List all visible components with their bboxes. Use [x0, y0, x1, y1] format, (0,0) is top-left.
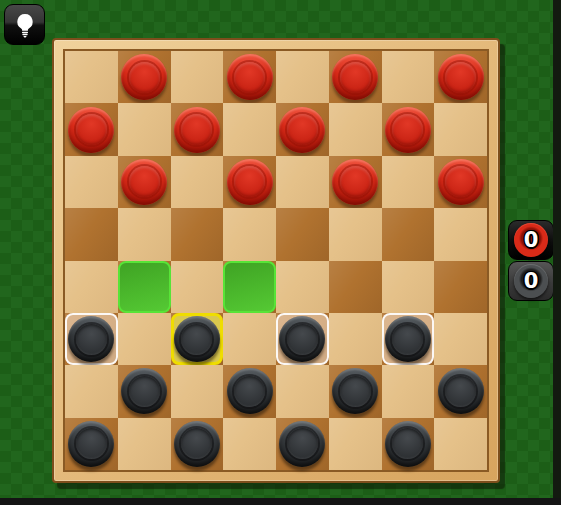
red-piece[interactable] — [121, 54, 167, 100]
red-piece[interactable] — [332, 54, 378, 100]
square-r3c6 — [382, 208, 435, 260]
square-r6c2 — [171, 365, 224, 417]
square-r0c7[interactable] — [434, 51, 487, 103]
square-r6c1[interactable] — [118, 365, 171, 417]
square-r4c3[interactable] — [223, 261, 276, 313]
square-r1c6[interactable] — [382, 103, 435, 155]
red-piece[interactable] — [121, 159, 167, 205]
square-r0c5[interactable] — [329, 51, 382, 103]
red-piece[interactable] — [227, 54, 273, 100]
square-r3c2 — [171, 208, 224, 260]
square-r1c7 — [434, 103, 487, 155]
square-r3c5 — [329, 208, 382, 260]
square-r7c1 — [118, 418, 171, 470]
square-r6c4 — [276, 365, 329, 417]
square-r3c4 — [276, 208, 329, 260]
black-piece[interactable] — [385, 421, 431, 467]
red-captured-counter: 0 — [508, 220, 554, 260]
square-r7c0[interactable] — [65, 418, 118, 470]
square-r6c5[interactable] — [329, 365, 382, 417]
red-piece[interactable] — [438, 159, 484, 205]
square-r5c6[interactable] — [382, 313, 435, 365]
red-piece[interactable] — [385, 107, 431, 153]
move-target-highlight — [118, 261, 171, 313]
square-r5c3 — [223, 313, 276, 365]
red-piece[interactable] — [332, 159, 378, 205]
square-r5c5 — [329, 313, 382, 365]
square-r1c4[interactable] — [276, 103, 329, 155]
black-piece[interactable] — [121, 368, 167, 414]
black-piece[interactable] — [68, 421, 114, 467]
square-r3c3 — [223, 208, 276, 260]
square-r2c0 — [65, 156, 118, 208]
square-r7c4[interactable] — [276, 418, 329, 470]
square-r3c1 — [118, 208, 171, 260]
square-r4c0 — [65, 261, 118, 313]
square-r3c0 — [65, 208, 118, 260]
square-r1c3 — [223, 103, 276, 155]
square-r2c5[interactable] — [329, 156, 382, 208]
square-r7c6[interactable] — [382, 418, 435, 470]
red-piece[interactable] — [174, 107, 220, 153]
square-r0c6 — [382, 51, 435, 103]
red-score-value: 0 — [524, 230, 539, 251]
hint-button[interactable] — [4, 4, 45, 45]
black-piece[interactable] — [385, 316, 431, 362]
square-r1c2[interactable] — [171, 103, 224, 155]
screen-edge-bottom — [0, 498, 561, 505]
square-r5c4[interactable] — [276, 313, 329, 365]
black-score-value: 0 — [524, 271, 539, 292]
square-r2c4 — [276, 156, 329, 208]
red-piece[interactable] — [438, 54, 484, 100]
square-r1c0[interactable] — [65, 103, 118, 155]
move-target-highlight — [223, 261, 276, 313]
square-r1c5 — [329, 103, 382, 155]
red-checker-icon: 0 — [514, 223, 548, 257]
board-grid — [63, 49, 489, 472]
screen-edge-right — [553, 0, 561, 505]
square-r1c1 — [118, 103, 171, 155]
scoreboard: 0 0 — [508, 220, 554, 301]
square-r0c0 — [65, 51, 118, 103]
black-checker-icon: 0 — [514, 264, 548, 298]
square-r6c3[interactable] — [223, 365, 276, 417]
square-r6c0 — [65, 365, 118, 417]
red-piece[interactable] — [68, 107, 114, 153]
square-r4c1[interactable] — [118, 261, 171, 313]
square-r0c4 — [276, 51, 329, 103]
square-r2c6 — [382, 156, 435, 208]
checkers-board-frame — [52, 38, 500, 483]
square-r4c4 — [276, 261, 329, 313]
square-r4c5 — [329, 261, 382, 313]
square-r2c7[interactable] — [434, 156, 487, 208]
square-r0c1[interactable] — [118, 51, 171, 103]
square-r7c5 — [329, 418, 382, 470]
black-piece[interactable] — [438, 368, 484, 414]
red-piece[interactable] — [227, 159, 273, 205]
black-captured-counter: 0 — [508, 261, 554, 301]
square-r2c3[interactable] — [223, 156, 276, 208]
red-piece[interactable] — [279, 107, 325, 153]
square-r4c6 — [382, 261, 435, 313]
black-piece[interactable] — [174, 421, 220, 467]
square-r5c2[interactable] — [171, 313, 224, 365]
square-r2c2 — [171, 156, 224, 208]
square-r3c7 — [434, 208, 487, 260]
black-piece[interactable] — [332, 368, 378, 414]
square-r0c3[interactable] — [223, 51, 276, 103]
square-r4c2 — [171, 261, 224, 313]
game-background: 0 0 — [0, 0, 561, 505]
lightbulb-icon — [11, 11, 39, 39]
black-piece[interactable] — [279, 421, 325, 467]
black-piece[interactable] — [174, 316, 220, 362]
square-r5c1 — [118, 313, 171, 365]
square-r7c2[interactable] — [171, 418, 224, 470]
black-piece[interactable] — [227, 368, 273, 414]
square-r0c2 — [171, 51, 224, 103]
square-r2c1[interactable] — [118, 156, 171, 208]
square-r7c3 — [223, 418, 276, 470]
square-r5c7 — [434, 313, 487, 365]
square-r7c7 — [434, 418, 487, 470]
square-r6c7[interactable] — [434, 365, 487, 417]
square-r5c0[interactable] — [65, 313, 118, 365]
square-r6c6 — [382, 365, 435, 417]
square-r4c7 — [434, 261, 487, 313]
